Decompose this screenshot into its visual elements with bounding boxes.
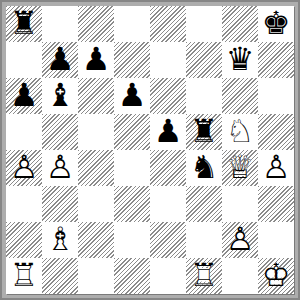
square-b3[interactable] [42, 186, 78, 222]
square-a2[interactable] [6, 222, 42, 258]
black-pawn-b7: ♟ [42, 42, 78, 78]
square-d1[interactable] [114, 258, 150, 294]
white-rook-f1: ♜♖ [186, 258, 222, 294]
square-g8[interactable] [222, 6, 258, 42]
square-e8[interactable] [150, 6, 186, 42]
white-queen-g4: ♛♕ [222, 150, 258, 186]
king-outline-icon: ♔ [262, 257, 291, 293]
square-e3[interactable] [150, 186, 186, 222]
square-b2[interactable]: ♝♗ [42, 222, 78, 258]
square-d4[interactable] [114, 150, 150, 186]
knight-outline-icon: ♘ [226, 113, 255, 149]
square-f1[interactable]: ♜♖ [186, 258, 222, 294]
square-b5[interactable] [42, 114, 78, 150]
pawn-outline-icon: ♙ [46, 149, 75, 185]
square-f3[interactable] [186, 186, 222, 222]
square-f4[interactable]: ♞ [186, 150, 222, 186]
black-pawn-c7: ♟ [78, 42, 114, 78]
square-d2[interactable] [114, 222, 150, 258]
square-h4[interactable]: ♟♙ [258, 150, 294, 186]
square-g6[interactable] [222, 78, 258, 114]
black-bishop-b6: ♝ [42, 78, 78, 114]
square-c7[interactable]: ♟ [78, 42, 114, 78]
square-f6[interactable] [186, 78, 222, 114]
black-rook-f5: ♜ [186, 114, 222, 150]
square-c3[interactable] [78, 186, 114, 222]
square-b1[interactable] [42, 258, 78, 294]
white-pawn-b4: ♟♙ [42, 150, 78, 186]
knight-icon: ♞ [190, 149, 219, 185]
white-pawn-a4: ♟♙ [6, 150, 42, 186]
square-h2[interactable] [258, 222, 294, 258]
square-b6[interactable]: ♝ [42, 78, 78, 114]
white-knight-g5: ♞♘ [222, 114, 258, 150]
square-h3[interactable] [258, 186, 294, 222]
square-a1[interactable]: ♜♖ [6, 258, 42, 294]
square-h1[interactable]: ♚♔ [258, 258, 294, 294]
white-pawn-g2: ♟♙ [222, 222, 258, 258]
square-c8[interactable] [78, 6, 114, 42]
square-f8[interactable] [186, 6, 222, 42]
square-f5[interactable]: ♜ [186, 114, 222, 150]
pawn-outline-icon: ♙ [226, 221, 255, 257]
rook-outline-icon: ♖ [10, 257, 39, 293]
square-e2[interactable] [150, 222, 186, 258]
square-g1[interactable] [222, 258, 258, 294]
square-e5[interactable]: ♟ [150, 114, 186, 150]
square-g5[interactable]: ♞♘ [222, 114, 258, 150]
black-pawn-a6: ♟ [6, 78, 42, 114]
square-a4[interactable]: ♟♙ [6, 150, 42, 186]
square-c5[interactable] [78, 114, 114, 150]
pawn-icon: ♟ [82, 41, 111, 77]
rook-icon: ♜ [10, 5, 39, 41]
square-h7[interactable] [258, 42, 294, 78]
black-pawn-d6: ♟ [114, 78, 150, 114]
black-knight-f4: ♞ [186, 150, 222, 186]
black-king-h8: ♚ [258, 6, 294, 42]
white-bishop-b2: ♝♗ [42, 222, 78, 258]
square-a5[interactable] [6, 114, 42, 150]
white-pawn-h4: ♟♙ [258, 150, 294, 186]
square-b4[interactable]: ♟♙ [42, 150, 78, 186]
square-c1[interactable] [78, 258, 114, 294]
square-c6[interactable] [78, 78, 114, 114]
pawn-icon: ♟ [10, 77, 39, 113]
square-d5[interactable] [114, 114, 150, 150]
square-a7[interactable] [6, 42, 42, 78]
queen-icon: ♛ [226, 41, 255, 77]
square-a3[interactable] [6, 186, 42, 222]
square-d3[interactable] [114, 186, 150, 222]
rook-icon: ♜ [190, 113, 219, 149]
king-icon: ♚ [262, 5, 291, 41]
rook-outline-icon: ♖ [190, 257, 219, 293]
square-h8[interactable]: ♚ [258, 6, 294, 42]
square-d8[interactable] [114, 6, 150, 42]
square-e1[interactable] [150, 258, 186, 294]
bishop-icon: ♝ [46, 77, 75, 113]
pawn-icon: ♟ [154, 113, 183, 149]
white-rook-a1: ♜♖ [6, 258, 42, 294]
black-rook-a8: ♜ [6, 6, 42, 42]
square-e6[interactable] [150, 78, 186, 114]
square-b7[interactable]: ♟ [42, 42, 78, 78]
square-g4[interactable]: ♛♕ [222, 150, 258, 186]
square-d7[interactable] [114, 42, 150, 78]
square-f7[interactable] [186, 42, 222, 78]
square-b8[interactable] [42, 6, 78, 42]
board-frame: ♜♚♟♟♛♟♝♟♟♜♞♘♟♙♟♙♞♛♕♟♙♝♗♟♙♜♖♜♖♚♔ [0, 0, 300, 300]
square-g7[interactable]: ♛ [222, 42, 258, 78]
pawn-outline-icon: ♙ [262, 149, 291, 185]
square-f2[interactable] [186, 222, 222, 258]
black-pawn-e5: ♟ [150, 114, 186, 150]
white-king-h1: ♚♔ [258, 258, 294, 294]
square-g2[interactable]: ♟♙ [222, 222, 258, 258]
square-d6[interactable]: ♟ [114, 78, 150, 114]
square-h5[interactable] [258, 114, 294, 150]
square-a6[interactable]: ♟ [6, 78, 42, 114]
square-e4[interactable] [150, 150, 186, 186]
square-h6[interactable] [258, 78, 294, 114]
square-e7[interactable] [150, 42, 186, 78]
bishop-outline-icon: ♗ [46, 221, 75, 257]
square-g3[interactable] [222, 186, 258, 222]
pawn-outline-icon: ♙ [10, 149, 39, 185]
queen-outline-icon: ♕ [226, 149, 255, 185]
square-a8[interactable]: ♜ [6, 6, 42, 42]
chess-board: ♜♚♟♟♛♟♝♟♟♜♞♘♟♙♟♙♞♛♕♟♙♝♗♟♙♜♖♜♖♚♔ [6, 6, 294, 294]
pawn-icon: ♟ [46, 41, 75, 77]
square-c4[interactable] [78, 150, 114, 186]
black-queen-g7: ♛ [222, 42, 258, 78]
square-c2[interactable] [78, 222, 114, 258]
pawn-icon: ♟ [118, 77, 147, 113]
